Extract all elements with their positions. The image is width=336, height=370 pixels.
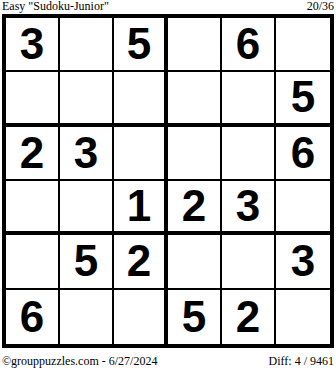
cell-r2c3[interactable] [114,72,168,126]
cell-r6c2[interactable] [60,290,114,344]
cell-r3c1: 2 [6,127,60,181]
cell-r3c6: 6 [276,127,330,181]
sudoku-board: 3565236123523652 [2,14,334,348]
cell-r2c6: 5 [276,72,330,126]
cell-r2c4[interactable] [168,72,222,126]
difficulty-text: Diff: 4 / 9461 [269,354,334,368]
cell-r2c2[interactable] [60,72,114,126]
cell-r6c4: 5 [168,290,222,344]
cell-r3c5[interactable] [222,127,276,181]
cell-r5c3: 2 [114,235,168,289]
cell-r6c5: 2 [222,290,276,344]
cell-r1c2[interactable] [60,18,114,72]
cell-r4c6[interactable] [276,181,330,235]
cell-r5c5[interactable] [222,235,276,289]
cell-r3c3[interactable] [114,127,168,181]
cell-r1c6[interactable] [276,18,330,72]
header: Easy "Sudoku-Junior" 20/36 [0,0,336,14]
cell-r3c4[interactable] [168,127,222,181]
cell-r4c1[interactable] [6,181,60,235]
cell-r5c6: 3 [276,235,330,289]
puzzle-title: Easy "Sudoku-Junior" [2,0,109,13]
cell-r5c2: 5 [60,235,114,289]
cell-r6c6[interactable] [276,290,330,344]
cell-r6c3[interactable] [114,290,168,344]
cell-r6c1: 6 [6,290,60,344]
cell-r2c1[interactable] [6,72,60,126]
cell-r5c1[interactable] [6,235,60,289]
cell-r2c5[interactable] [222,72,276,126]
cell-r4c3: 1 [114,181,168,235]
cell-r1c5: 6 [222,18,276,72]
progress-counter: 20/36 [307,0,334,13]
cell-r5c4[interactable] [168,235,222,289]
cell-r1c3: 5 [114,18,168,72]
footer: ©grouppuzzles.com - 6/27/2024 Diff: 4 / … [0,352,336,368]
puzzle-page: Easy "Sudoku-Junior" 20/36 3565236123523… [0,0,336,370]
cell-r1c1: 3 [6,18,60,72]
cell-r4c2[interactable] [60,181,114,235]
cell-r4c5: 3 [222,181,276,235]
copyright-text: ©grouppuzzles.com - 6/27/2024 [2,354,157,368]
cell-r1c4[interactable] [168,18,222,72]
cell-r3c2: 3 [60,127,114,181]
cell-r4c4: 2 [168,181,222,235]
